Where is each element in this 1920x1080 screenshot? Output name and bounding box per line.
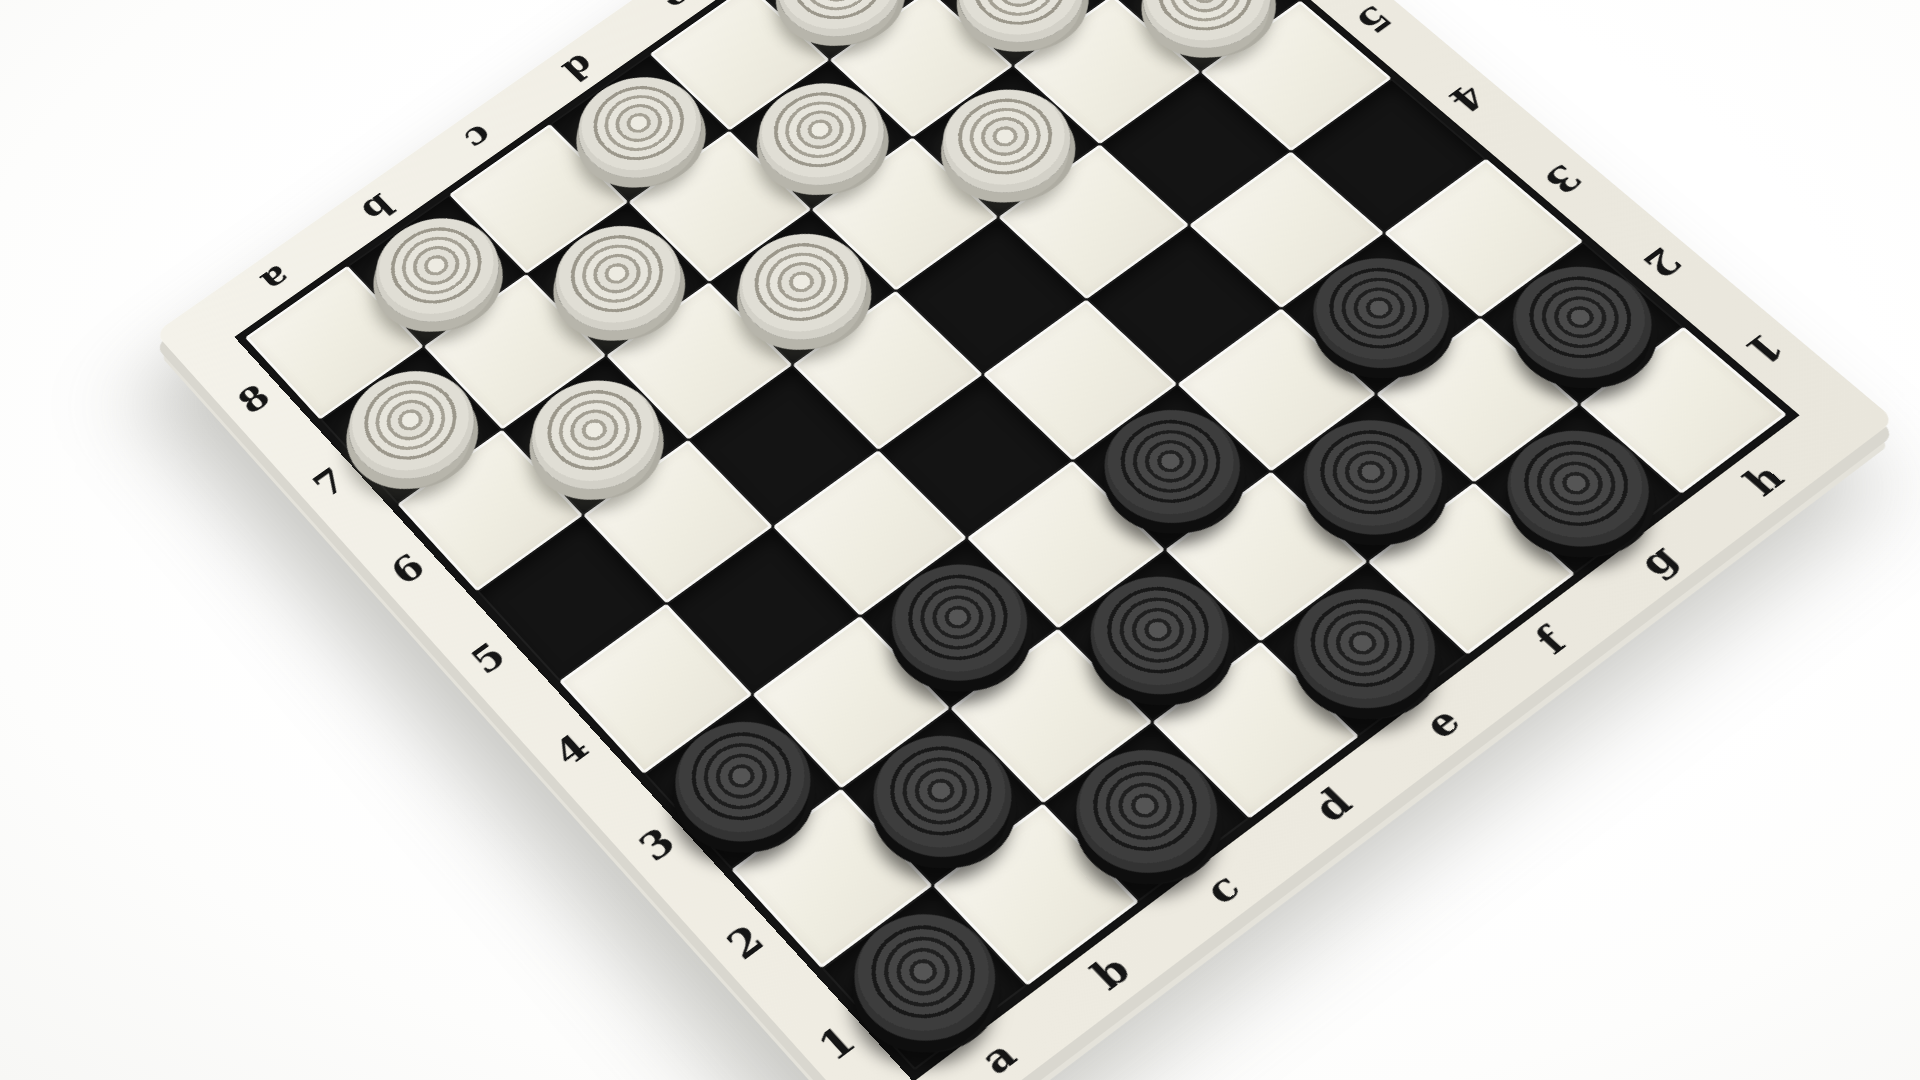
checkers-board: aabbccddeeffgghh8877665544332211	[155, 0, 1895, 1080]
photo-background: { "meta": { "description": "Overhead pho…	[0, 0, 1920, 1080]
scene: aabbccddeeffgghh8877665544332211	[0, 0, 1920, 1080]
